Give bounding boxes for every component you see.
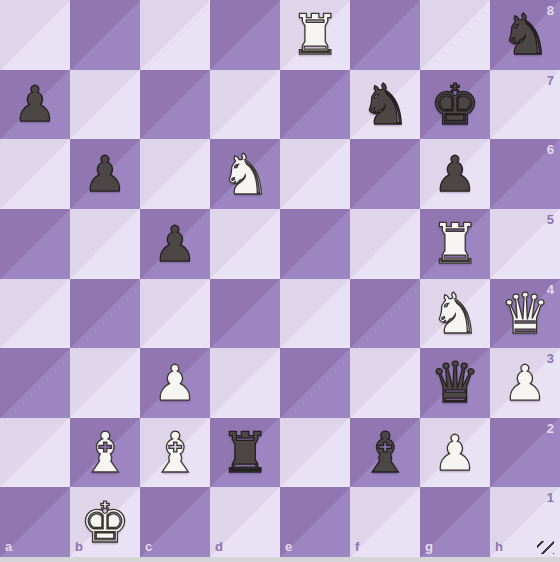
square-a7[interactable]: ♟: [0, 70, 70, 140]
square-d8[interactable]: [210, 0, 280, 70]
file-label-a: a: [5, 539, 12, 554]
square-a3[interactable]: [0, 348, 70, 418]
square-h4[interactable]: ♛4: [490, 279, 560, 349]
white-knight[interactable]: ♞: [420, 279, 490, 349]
white-rook[interactable]: ♜: [280, 0, 350, 70]
white-bishop[interactable]: ♝: [140, 418, 210, 488]
square-g5[interactable]: ♜: [420, 209, 490, 279]
square-f5[interactable]: [350, 209, 420, 279]
file-label-f: f: [355, 539, 359, 554]
square-b6[interactable]: ♟: [70, 139, 140, 209]
rank-label-1: 1: [547, 490, 554, 505]
rank-label-7: 7: [547, 73, 554, 88]
square-a2[interactable]: [0, 418, 70, 488]
square-f4[interactable]: [350, 279, 420, 349]
square-a8[interactable]: [0, 0, 70, 70]
square-g8[interactable]: [420, 0, 490, 70]
rank-label-3: 3: [547, 351, 554, 366]
white-pawn[interactable]: ♟: [140, 348, 210, 418]
square-e6[interactable]: [280, 139, 350, 209]
square-g4[interactable]: ♞: [420, 279, 490, 349]
square-e3[interactable]: [280, 348, 350, 418]
file-label-h: h: [495, 539, 503, 554]
square-e7[interactable]: [280, 70, 350, 140]
black-king[interactable]: ♚: [420, 70, 490, 140]
square-d7[interactable]: [210, 70, 280, 140]
black-pawn[interactable]: ♟: [0, 70, 70, 140]
square-g6[interactable]: ♟: [420, 139, 490, 209]
square-f2[interactable]: ♝: [350, 418, 420, 488]
square-g7[interactable]: ♚: [420, 70, 490, 140]
file-label-c: c: [145, 539, 152, 554]
file-label-d: d: [215, 539, 223, 554]
square-c2[interactable]: ♝: [140, 418, 210, 488]
white-knight[interactable]: ♞: [210, 139, 280, 209]
square-c5[interactable]: ♟: [140, 209, 210, 279]
black-rook[interactable]: ♜: [210, 418, 280, 488]
square-h2[interactable]: 2: [490, 418, 560, 488]
square-h7[interactable]: 7: [490, 70, 560, 140]
square-g2[interactable]: ♟: [420, 418, 490, 488]
black-bishop[interactable]: ♝: [350, 418, 420, 488]
square-b3[interactable]: [70, 348, 140, 418]
chess-board: ♜♞8♟♞♚7♟♞♟6♟♜5♞♛4♟♛♟3♝♝♜♝♟2a♚bcdefg1h: [0, 0, 560, 557]
square-d5[interactable]: [210, 209, 280, 279]
white-pawn[interactable]: ♟: [420, 418, 490, 488]
square-d6[interactable]: ♞: [210, 139, 280, 209]
square-d4[interactable]: [210, 279, 280, 349]
square-e2[interactable]: [280, 418, 350, 488]
rank-label-5: 5: [547, 212, 554, 227]
square-f1[interactable]: f: [350, 487, 420, 557]
square-e8[interactable]: ♜: [280, 0, 350, 70]
square-b5[interactable]: [70, 209, 140, 279]
square-c7[interactable]: [140, 70, 210, 140]
white-bishop[interactable]: ♝: [70, 418, 140, 488]
square-f6[interactable]: [350, 139, 420, 209]
black-pawn[interactable]: ♟: [140, 209, 210, 279]
square-e1[interactable]: e: [280, 487, 350, 557]
square-e4[interactable]: [280, 279, 350, 349]
square-f3[interactable]: [350, 348, 420, 418]
square-d3[interactable]: [210, 348, 280, 418]
square-d2[interactable]: ♜: [210, 418, 280, 488]
square-e5[interactable]: [280, 209, 350, 279]
white-rook[interactable]: ♜: [420, 209, 490, 279]
square-h8[interactable]: ♞8: [490, 0, 560, 70]
square-f7[interactable]: ♞: [350, 70, 420, 140]
square-a1[interactable]: a: [0, 487, 70, 557]
square-b8[interactable]: [70, 0, 140, 70]
square-b7[interactable]: [70, 70, 140, 140]
square-b4[interactable]: [70, 279, 140, 349]
square-h3[interactable]: ♟3: [490, 348, 560, 418]
square-c4[interactable]: [140, 279, 210, 349]
square-f8[interactable]: [350, 0, 420, 70]
square-c8[interactable]: [140, 0, 210, 70]
black-pawn[interactable]: ♟: [420, 139, 490, 209]
file-label-g: g: [425, 539, 433, 554]
square-b1[interactable]: ♚b: [70, 487, 140, 557]
square-a4[interactable]: [0, 279, 70, 349]
black-pawn[interactable]: ♟: [70, 139, 140, 209]
square-c6[interactable]: [140, 139, 210, 209]
square-d1[interactable]: d: [210, 487, 280, 557]
black-queen[interactable]: ♛: [420, 348, 490, 418]
rank-label-6: 6: [547, 142, 554, 157]
black-knight[interactable]: ♞: [350, 70, 420, 140]
file-label-e: e: [285, 539, 292, 554]
rank-label-4: 4: [547, 282, 554, 297]
square-c3[interactable]: ♟: [140, 348, 210, 418]
square-h6[interactable]: 6: [490, 139, 560, 209]
square-g1[interactable]: g: [420, 487, 490, 557]
square-b2[interactable]: ♝: [70, 418, 140, 488]
page-bottom-strip: [0, 557, 560, 562]
square-c1[interactable]: c: [140, 487, 210, 557]
square-h5[interactable]: 5: [490, 209, 560, 279]
square-a6[interactable]: [0, 139, 70, 209]
square-a5[interactable]: [0, 209, 70, 279]
rank-label-8: 8: [547, 3, 554, 18]
rank-label-2: 2: [547, 421, 554, 436]
file-label-b: b: [75, 539, 83, 554]
square-g3[interactable]: ♛: [420, 348, 490, 418]
resize-grip-icon[interactable]: [537, 541, 554, 554]
